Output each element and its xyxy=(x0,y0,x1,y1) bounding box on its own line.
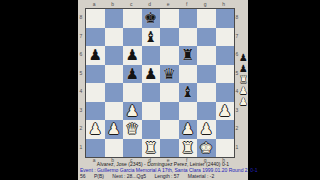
piece-white-rook: ♜ xyxy=(181,139,194,157)
side-to-move: P(B) xyxy=(94,173,104,179)
square-e2[interactable] xyxy=(160,120,179,139)
next-move: Next : 28...Qg5 xyxy=(112,173,146,179)
file-label-top-c: c xyxy=(122,1,141,7)
rank-label-left-8: 8 xyxy=(78,8,84,27)
square-b7[interactable] xyxy=(105,28,124,47)
square-g6[interactable] xyxy=(197,46,216,65)
board-panel: abcdefgh 87654321 ♚♝♟♟♜♟♟♛♝♟♟♟♟♛♟♟♜♜♚ 87… xyxy=(78,0,248,180)
file-label-top-h: h xyxy=(215,1,234,7)
square-f6[interactable]: ♜ xyxy=(179,46,198,65)
piece-white-rook: ♜ xyxy=(144,139,157,157)
square-f2[interactable]: ♟ xyxy=(179,120,198,139)
piece-white-pawn: ♟ xyxy=(126,102,139,120)
stats-line: 56 P(B) Next : 28...Qg5 Length : 57 Mate… xyxy=(80,173,221,179)
square-b2[interactable]: ♟ xyxy=(105,120,124,139)
square-a1[interactable] xyxy=(86,139,105,158)
file-label-top-g: g xyxy=(196,1,215,7)
piece-black-pawn: ♟ xyxy=(89,46,102,64)
square-h7[interactable] xyxy=(216,28,235,47)
square-g7[interactable] xyxy=(197,28,216,47)
tray-piece-white-pawn: ♟ xyxy=(239,85,248,96)
rank-label-right-1: 1 xyxy=(234,138,240,157)
tray-piece-black-pawn: ♟ xyxy=(239,63,248,74)
piece-black-rook: ♜ xyxy=(181,46,194,64)
square-a4[interactable] xyxy=(86,83,105,102)
square-h1[interactable] xyxy=(216,139,235,158)
move-number: 56 xyxy=(80,173,86,179)
file-label-top-e: e xyxy=(159,1,178,7)
piece-white-pawn: ♟ xyxy=(218,102,231,120)
square-g3[interactable] xyxy=(197,102,216,121)
square-h4[interactable] xyxy=(216,83,235,102)
square-h3[interactable]: ♟ xyxy=(216,102,235,121)
square-e7[interactable] xyxy=(160,28,179,47)
square-d7[interactable]: ♝ xyxy=(142,28,161,47)
square-h6[interactable] xyxy=(216,46,235,65)
material-balance: Material : -2 xyxy=(188,173,214,179)
material-tray: ♟♟♜♟♟ xyxy=(239,52,248,107)
rank-label-left-5: 5 xyxy=(78,64,84,83)
rank-label-right-2: 2 xyxy=(234,119,240,138)
file-label-top-b: b xyxy=(104,1,123,7)
tray-piece-black-pawn: ♟ xyxy=(239,52,248,63)
square-b3[interactable] xyxy=(105,102,124,121)
square-a7[interactable] xyxy=(86,28,105,47)
square-f4[interactable]: ♝ xyxy=(179,83,198,102)
square-h8[interactable] xyxy=(216,9,235,28)
piece-black-pawn: ♟ xyxy=(126,65,139,83)
piece-white-king: ♚ xyxy=(200,139,213,157)
square-g1[interactable]: ♚ xyxy=(197,139,216,158)
square-e5[interactable]: ♛ xyxy=(160,65,179,84)
rank-label-left-4: 4 xyxy=(78,82,84,101)
square-f7[interactable] xyxy=(179,28,198,47)
square-c7[interactable] xyxy=(123,28,142,47)
square-e4[interactable] xyxy=(160,83,179,102)
game-length: Length : 57 xyxy=(154,173,179,179)
file-label-top-f: f xyxy=(178,1,197,7)
rank-labels-left: 87654321 xyxy=(78,8,84,156)
file-label-top-d: d xyxy=(141,1,160,7)
square-f3[interactable] xyxy=(179,102,198,121)
piece-white-pawn: ♟ xyxy=(200,120,213,138)
chess-board: ♚♝♟♟♜♟♟♛♝♟♟♟♟♛♟♟♜♜♚ xyxy=(85,8,235,158)
piece-white-pawn: ♟ xyxy=(107,120,120,138)
square-b6[interactable] xyxy=(105,46,124,65)
square-f5[interactable] xyxy=(179,65,198,84)
square-c4[interactable] xyxy=(123,83,142,102)
square-h2[interactable] xyxy=(216,120,235,139)
piece-white-pawn: ♟ xyxy=(181,120,194,138)
square-b1[interactable] xyxy=(105,139,124,158)
square-d3[interactable] xyxy=(142,102,161,121)
square-e6[interactable] xyxy=(160,46,179,65)
square-a5[interactable] xyxy=(86,65,105,84)
square-d1[interactable]: ♜ xyxy=(142,139,161,158)
tray-piece-white-pawn: ♟ xyxy=(239,96,248,107)
rank-label-right-8: 8 xyxy=(234,8,240,27)
square-a3[interactable] xyxy=(86,102,105,121)
square-e8[interactable] xyxy=(160,9,179,28)
square-c5[interactable]: ♟ xyxy=(123,65,142,84)
piece-black-bishop: ♝ xyxy=(144,28,157,46)
square-g5[interactable] xyxy=(197,65,216,84)
square-a6[interactable]: ♟ xyxy=(86,46,105,65)
file-label-top-a: a xyxy=(85,1,104,7)
square-g8[interactable] xyxy=(197,9,216,28)
square-g2[interactable]: ♟ xyxy=(197,120,216,139)
square-f8[interactable] xyxy=(179,9,198,28)
square-c6[interactable]: ♟ xyxy=(123,46,142,65)
square-a8[interactable] xyxy=(86,9,105,28)
square-d8[interactable]: ♚ xyxy=(142,9,161,28)
piece-black-bishop: ♝ xyxy=(181,83,194,101)
tray-piece-white-rook: ♜ xyxy=(239,74,248,85)
piece-white-queen: ♛ xyxy=(126,120,139,138)
square-h5[interactable] xyxy=(216,65,235,84)
square-c8[interactable] xyxy=(123,9,142,28)
square-f1[interactable]: ♜ xyxy=(179,139,198,158)
square-d2[interactable] xyxy=(142,120,161,139)
rank-label-left-6: 6 xyxy=(78,45,84,64)
square-g4[interactable] xyxy=(197,83,216,102)
rank-label-left-7: 7 xyxy=(78,27,84,46)
rank-label-left-1: 1 xyxy=(78,138,84,157)
square-d5[interactable]: ♟ xyxy=(142,65,161,84)
square-c2[interactable]: ♛ xyxy=(123,120,142,139)
rank-label-left-2: 2 xyxy=(78,119,84,138)
file-labels-top: abcdefgh xyxy=(85,1,233,7)
square-b8[interactable] xyxy=(105,9,124,28)
rank-label-left-3: 3 xyxy=(78,101,84,120)
square-c1[interactable] xyxy=(123,139,142,158)
piece-black-pawn: ♟ xyxy=(126,46,139,64)
square-e3[interactable] xyxy=(160,102,179,121)
square-b4[interactable] xyxy=(105,83,124,102)
square-d6[interactable] xyxy=(142,46,161,65)
square-c3[interactable]: ♟ xyxy=(123,102,142,121)
piece-black-pawn: ♟ xyxy=(144,65,157,83)
square-e1[interactable] xyxy=(160,139,179,158)
piece-white-pawn: ♟ xyxy=(89,120,102,138)
piece-black-king: ♚ xyxy=(144,9,157,27)
rank-label-right-7: 7 xyxy=(234,27,240,46)
square-b5[interactable] xyxy=(105,65,124,84)
square-a2[interactable]: ♟ xyxy=(86,120,105,139)
square-d4[interactable] xyxy=(142,83,161,102)
piece-black-queen: ♛ xyxy=(163,65,176,83)
